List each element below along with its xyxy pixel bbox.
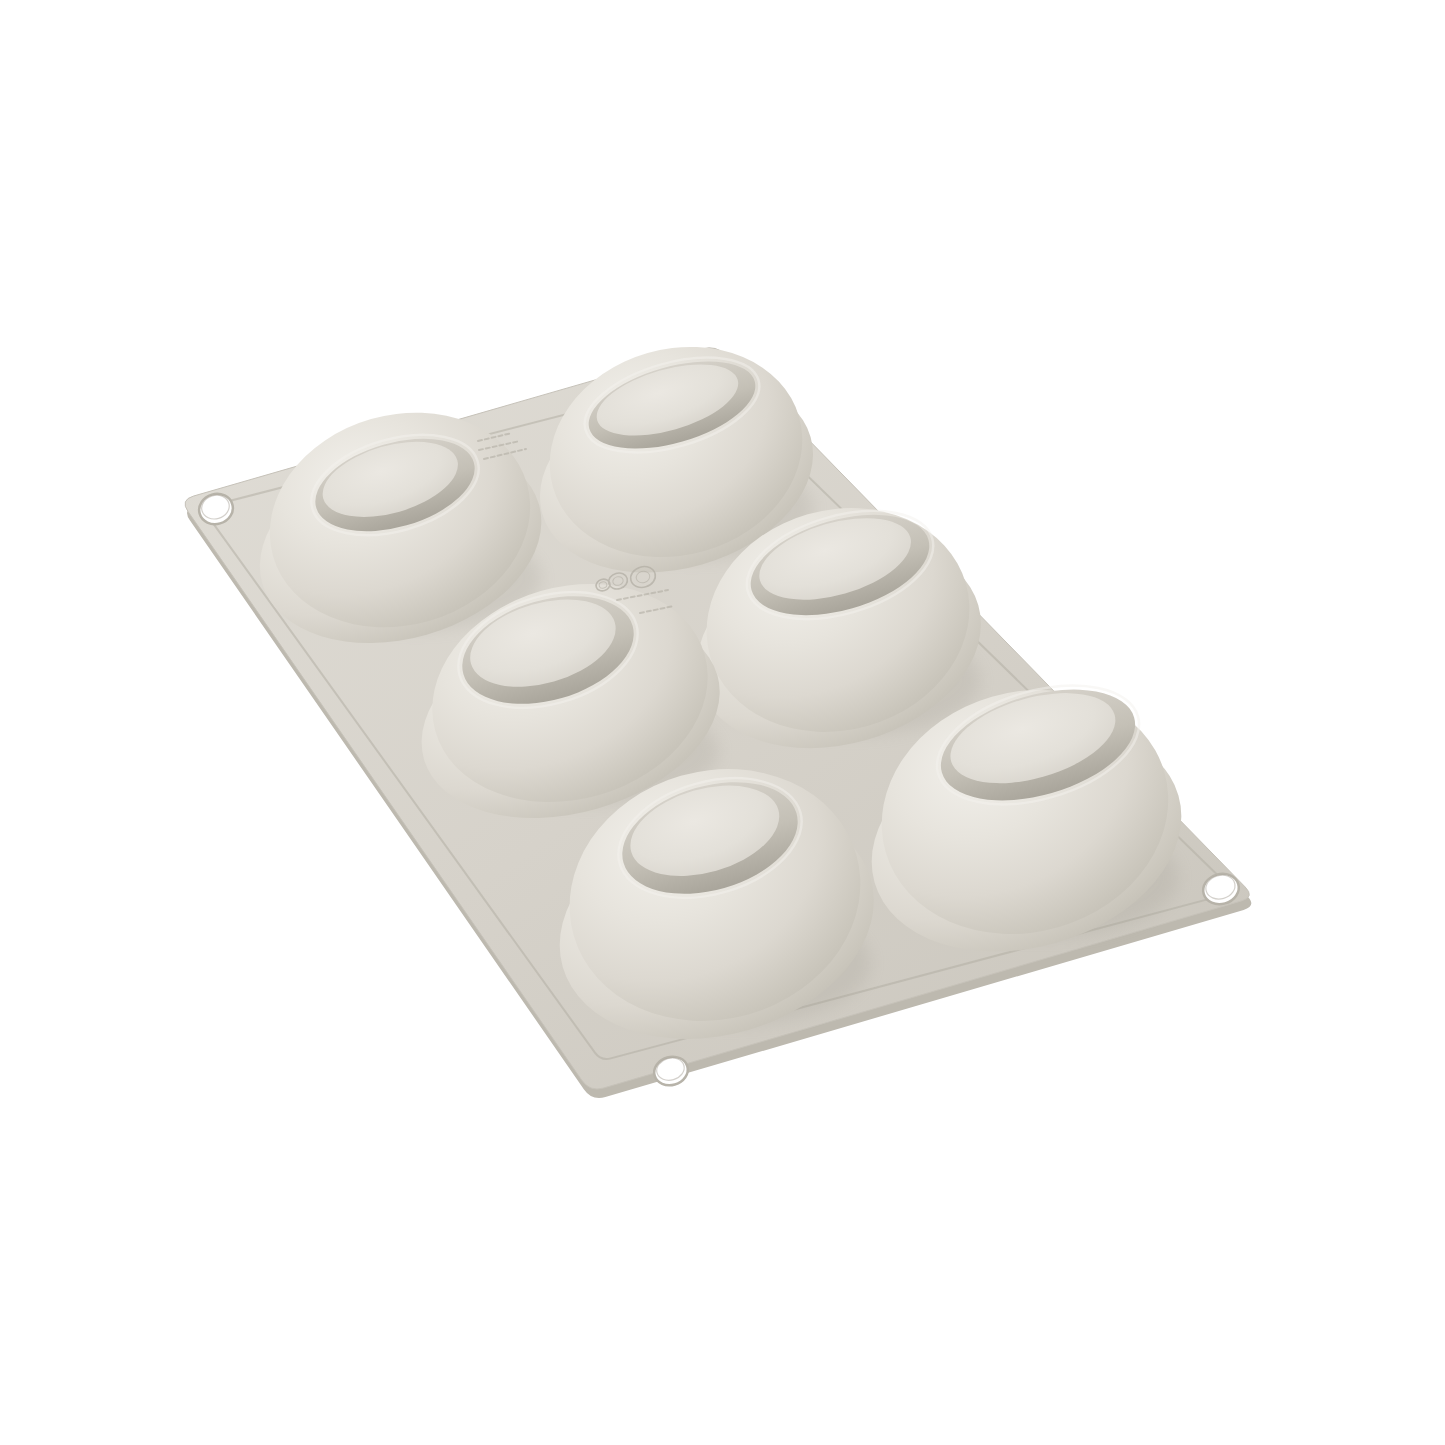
photo-background bbox=[0, 0, 1445, 1445]
silicone-mold-photo bbox=[0, 0, 1445, 1445]
